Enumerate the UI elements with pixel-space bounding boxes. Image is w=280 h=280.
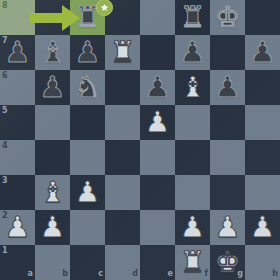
square-g6[interactable]: ♟ xyxy=(210,70,245,105)
white-pawn[interactable]: ♟ xyxy=(35,210,70,245)
square-c1[interactable]: c xyxy=(70,245,105,280)
square-a1[interactable]: 1a xyxy=(0,245,35,280)
square-d3[interactable] xyxy=(105,175,140,210)
star-icon: ★ xyxy=(100,0,109,15)
square-c6[interactable]: ♞ xyxy=(70,70,105,105)
square-c4[interactable] xyxy=(70,140,105,175)
square-e7[interactable] xyxy=(140,35,175,70)
white-bishop[interactable]: ♝ xyxy=(35,175,70,210)
square-h1[interactable]: h xyxy=(245,245,280,280)
chess-board: 8♜♜♚7♟♝♟♜♟♟6♟♞♟♝♟5♟43♝♟2♟♟♟♟♟1abcdef♜g♚h xyxy=(0,0,280,280)
square-b8[interactable] xyxy=(35,0,70,35)
square-g3[interactable] xyxy=(210,175,245,210)
square-b3[interactable]: ♝ xyxy=(35,175,70,210)
square-g2[interactable]: ♟ xyxy=(210,210,245,245)
file-label-e: e xyxy=(168,270,173,278)
square-a7[interactable]: 7♟ xyxy=(0,35,35,70)
white-pawn[interactable]: ♟ xyxy=(175,210,210,245)
square-a8[interactable]: 8 xyxy=(0,0,35,35)
square-e1[interactable]: e xyxy=(140,245,175,280)
file-label-c: c xyxy=(98,270,103,278)
rank-label-1: 1 xyxy=(2,247,8,255)
square-b1[interactable]: b xyxy=(35,245,70,280)
square-g5[interactable] xyxy=(210,105,245,140)
white-pawn[interactable]: ♟ xyxy=(245,210,280,245)
square-h2[interactable]: ♟ xyxy=(245,210,280,245)
square-e4[interactable] xyxy=(140,140,175,175)
black-pawn[interactable]: ♟ xyxy=(35,70,70,105)
black-rook[interactable]: ♜ xyxy=(175,0,210,35)
file-label-b: b xyxy=(62,270,68,278)
square-h6[interactable] xyxy=(245,70,280,105)
square-g4[interactable] xyxy=(210,140,245,175)
square-d1[interactable]: d xyxy=(105,245,140,280)
square-g1[interactable]: g♚ xyxy=(210,245,245,280)
white-pawn[interactable]: ♟ xyxy=(140,105,175,140)
square-a6[interactable]: 6 xyxy=(0,70,35,105)
square-e2[interactable] xyxy=(140,210,175,245)
rank-label-5: 5 xyxy=(2,107,8,115)
black-pawn[interactable]: ♟ xyxy=(140,70,175,105)
black-pawn[interactable]: ♟ xyxy=(0,35,35,70)
square-f3[interactable] xyxy=(175,175,210,210)
square-h3[interactable] xyxy=(245,175,280,210)
square-c3[interactable]: ♟ xyxy=(70,175,105,210)
square-a3[interactable]: 3 xyxy=(0,175,35,210)
square-a2[interactable]: 2♟ xyxy=(0,210,35,245)
square-d5[interactable] xyxy=(105,105,140,140)
square-c5[interactable] xyxy=(70,105,105,140)
square-e6[interactable]: ♟ xyxy=(140,70,175,105)
square-h7[interactable]: ♟ xyxy=(245,35,280,70)
square-f4[interactable] xyxy=(175,140,210,175)
square-a4[interactable]: 4 xyxy=(0,140,35,175)
black-pawn[interactable]: ♟ xyxy=(70,35,105,70)
black-pawn[interactable]: ♟ xyxy=(175,35,210,70)
square-e3[interactable] xyxy=(140,175,175,210)
rank-label-6: 6 xyxy=(2,72,8,80)
square-a5[interactable]: 5 xyxy=(0,105,35,140)
square-d2[interactable] xyxy=(105,210,140,245)
rank-label-8: 8 xyxy=(2,2,8,10)
square-f8[interactable]: ♜ xyxy=(175,0,210,35)
white-pawn[interactable]: ♟ xyxy=(70,175,105,210)
white-rook[interactable]: ♜ xyxy=(175,245,210,280)
square-g8[interactable]: ♚ xyxy=(210,0,245,35)
square-f7[interactable]: ♟ xyxy=(175,35,210,70)
square-b2[interactable]: ♟ xyxy=(35,210,70,245)
square-b7[interactable]: ♝ xyxy=(35,35,70,70)
file-label-a: a xyxy=(28,270,33,278)
file-label-h: h xyxy=(272,270,278,278)
square-e5[interactable]: ♟ xyxy=(140,105,175,140)
square-b4[interactable] xyxy=(35,140,70,175)
white-pawn[interactable]: ♟ xyxy=(210,210,245,245)
square-b6[interactable]: ♟ xyxy=(35,70,70,105)
square-f6[interactable]: ♝ xyxy=(175,70,210,105)
white-pawn[interactable]: ♟ xyxy=(0,210,35,245)
square-f5[interactable] xyxy=(175,105,210,140)
rank-label-3: 3 xyxy=(2,177,8,185)
square-f1[interactable]: f♜ xyxy=(175,245,210,280)
black-pawn[interactable]: ♟ xyxy=(210,70,245,105)
square-d4[interactable] xyxy=(105,140,140,175)
square-g7[interactable] xyxy=(210,35,245,70)
chess-app-viewport: 8♜♜♚7♟♝♟♜♟♟6♟♞♟♝♟5♟43♝♟2♟♟♟♟♟1abcdef♜g♚h… xyxy=(0,0,280,280)
black-pawn[interactable]: ♟ xyxy=(245,35,280,70)
black-bishop[interactable]: ♝ xyxy=(35,35,70,70)
black-knight[interactable]: ♞ xyxy=(70,70,105,105)
square-h5[interactable] xyxy=(245,105,280,140)
file-label-d: d xyxy=(132,270,138,278)
white-rook[interactable]: ♜ xyxy=(105,35,140,70)
rank-label-4: 4 xyxy=(2,142,8,150)
white-bishop[interactable]: ♝ xyxy=(175,70,210,105)
square-h4[interactable] xyxy=(245,140,280,175)
square-f2[interactable]: ♟ xyxy=(175,210,210,245)
white-king[interactable]: ♚ xyxy=(210,245,245,280)
square-h8[interactable] xyxy=(245,0,280,35)
square-c2[interactable] xyxy=(70,210,105,245)
square-b5[interactable] xyxy=(35,105,70,140)
square-d7[interactable]: ♜ xyxy=(105,35,140,70)
square-c7[interactable]: ♟ xyxy=(70,35,105,70)
black-king[interactable]: ♚ xyxy=(210,0,245,35)
square-e8[interactable] xyxy=(140,0,175,35)
square-d6[interactable] xyxy=(105,70,140,105)
